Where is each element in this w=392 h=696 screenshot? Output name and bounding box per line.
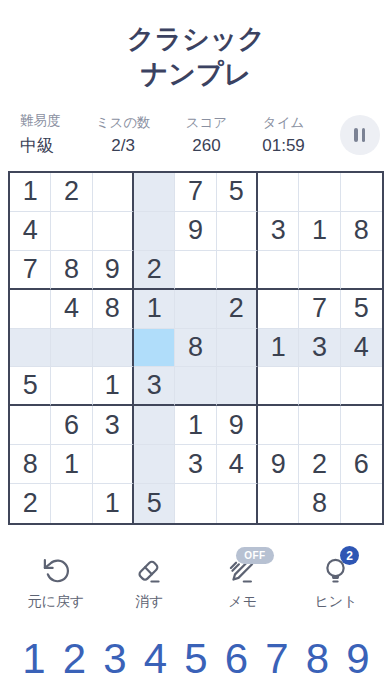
toolbar: 元に戻す 消す OFF メモ 2 xyxy=(0,525,392,611)
stats-bar: 難易度 中級 ミスの数 2/3 スコア 260 タイム 01:59 xyxy=(0,92,392,157)
sudoku-cell-r6c4[interactable]: 3 xyxy=(134,367,175,406)
time-value: 01:59 xyxy=(262,136,305,156)
sudoku-cell-r2c4[interactable] xyxy=(134,212,175,251)
erase-button[interactable]: 消す xyxy=(109,555,189,611)
sudoku-cell-r4c9[interactable]: 5 xyxy=(341,290,382,329)
sudoku-cell-r5c5[interactable]: 8 xyxy=(175,329,216,368)
hint-count-badge: 2 xyxy=(340,546,359,565)
undo-icon xyxy=(41,555,72,586)
sudoku-cell-r1c7[interactable] xyxy=(258,173,299,212)
number-pad: 123456789 xyxy=(0,611,392,683)
sudoku-cell-r3c3[interactable]: 9 xyxy=(93,251,134,290)
sudoku-cell-r4c6[interactable]: 2 xyxy=(217,290,258,329)
sudoku-cell-r8c9[interactable]: 6 xyxy=(341,445,382,484)
memo-button[interactable]: OFF メモ xyxy=(203,555,283,611)
sudoku-cell-r8c2[interactable]: 1 xyxy=(51,445,92,484)
sudoku-cell-r6c9[interactable] xyxy=(341,367,382,406)
memo-off-badge: OFF xyxy=(236,547,274,564)
hint-button[interactable]: 2 ヒント xyxy=(296,555,376,611)
sudoku-app: クラシック ナンプレ 難易度 中級 ミスの数 2/3 スコア 260 タイム 0… xyxy=(0,0,392,696)
sudoku-cell-r3c6[interactable] xyxy=(217,251,258,290)
sudoku-cell-r1c1[interactable]: 1 xyxy=(10,173,51,212)
sudoku-cell-r6c5[interactable] xyxy=(175,367,216,406)
sudoku-cell-r2c2[interactable] xyxy=(51,212,92,251)
sudoku-cell-r1c2[interactable]: 2 xyxy=(51,173,92,212)
sudoku-cell-r3c1[interactable]: 7 xyxy=(10,251,51,290)
numpad-key-5[interactable]: 5 xyxy=(177,635,215,683)
difficulty-value: 中級 xyxy=(20,134,54,157)
sudoku-cell-r5c6[interactable] xyxy=(217,329,258,368)
difficulty-label: 難易度 xyxy=(20,112,61,130)
sudoku-cell-r2c7[interactable]: 3 xyxy=(258,212,299,251)
sudoku-cell-r5c2[interactable] xyxy=(51,329,92,368)
sudoku-cell-r6c1[interactable]: 5 xyxy=(10,367,51,406)
undo-button[interactable]: 元に戻す xyxy=(16,555,96,611)
sudoku-cell-r7c9[interactable] xyxy=(341,406,382,445)
sudoku-cell-r7c8[interactable] xyxy=(299,406,340,445)
title-line-2: ナンプレ xyxy=(0,57,392,92)
sudoku-cell-r7c4[interactable] xyxy=(134,406,175,445)
pause-icon xyxy=(354,128,365,142)
sudoku-cell-r8c1[interactable]: 8 xyxy=(10,445,51,484)
sudoku-cell-r8c7[interactable]: 9 xyxy=(258,445,299,484)
sudoku-cell-r7c7[interactable] xyxy=(258,406,299,445)
sudoku-cell-r3c8[interactable] xyxy=(299,251,340,290)
sudoku-cell-r9c8[interactable]: 8 xyxy=(299,484,340,523)
sudoku-cell-r1c4[interactable] xyxy=(134,173,175,212)
page-title: クラシック ナンプレ xyxy=(0,0,392,92)
stat-mistakes: ミスの数 2/3 xyxy=(96,114,151,156)
sudoku-cell-r6c2[interactable] xyxy=(51,367,92,406)
numpad-key-6[interactable]: 6 xyxy=(218,635,256,683)
sudoku-cell-r9c5[interactable] xyxy=(175,484,216,523)
sudoku-cell-r3c5[interactable] xyxy=(175,251,216,290)
erase-label: 消す xyxy=(135,593,163,611)
sudoku-cell-r5c3[interactable] xyxy=(93,329,134,368)
sudoku-cell-r1c5[interactable]: 7 xyxy=(175,173,216,212)
sudoku-cell-r4c5[interactable] xyxy=(175,290,216,329)
sudoku-cell-r7c1[interactable] xyxy=(10,406,51,445)
sudoku-cell-r3c7[interactable] xyxy=(258,251,299,290)
sudoku-cell-r6c7[interactable] xyxy=(258,367,299,406)
sudoku-cell-r2c1[interactable]: 4 xyxy=(10,212,51,251)
sudoku-cell-r1c9[interactable] xyxy=(341,173,382,212)
stat-time: タイム 01:59 xyxy=(262,114,305,156)
sudoku-cell-r4c1[interactable] xyxy=(10,290,51,329)
sudoku-cell-r7c5[interactable]: 1 xyxy=(175,406,216,445)
sudoku-cell-r5c1[interactable] xyxy=(10,329,51,368)
sudoku-cell-r9c3[interactable]: 1 xyxy=(93,484,134,523)
sudoku-cell-r8c4[interactable] xyxy=(134,445,175,484)
stat-score: スコア 260 xyxy=(186,114,227,156)
sudoku-cell-r2c6[interactable] xyxy=(217,212,258,251)
sudoku-cell-r6c3[interactable]: 1 xyxy=(93,367,134,406)
sudoku-cell-r3c9[interactable] xyxy=(341,251,382,290)
sudoku-cell-r5c4[interactable] xyxy=(134,329,175,368)
sudoku-cell-r7c3[interactable]: 3 xyxy=(93,406,134,445)
sudoku-cell-r9c6[interactable] xyxy=(217,484,258,523)
sudoku-cell-r8c6[interactable]: 4 xyxy=(217,445,258,484)
sudoku-cell-r1c6[interactable]: 5 xyxy=(217,173,258,212)
stat-difficulty: 難易度 中級 xyxy=(20,112,61,157)
title-line-1: クラシック xyxy=(0,22,392,57)
numpad-key-7[interactable]: 7 xyxy=(258,635,296,683)
sudoku-cell-r4c7[interactable] xyxy=(258,290,299,329)
sudoku-cell-r9c9[interactable] xyxy=(341,484,382,523)
eraser-icon xyxy=(134,555,165,586)
sudoku-cell-r5c9[interactable]: 4 xyxy=(341,329,382,368)
sudoku-grid: 1275493187892481275813451363198134926215… xyxy=(8,171,384,525)
sudoku-cell-r6c8[interactable] xyxy=(299,367,340,406)
sudoku-cell-r7c6[interactable]: 9 xyxy=(217,406,258,445)
numpad-key-2[interactable]: 2 xyxy=(56,635,94,683)
sudoku-cell-r5c8[interactable]: 3 xyxy=(299,329,340,368)
sudoku-cell-r7c2[interactable]: 6 xyxy=(51,406,92,445)
numpad-key-3[interactable]: 3 xyxy=(96,635,134,683)
sudoku-cell-r9c4[interactable]: 5 xyxy=(134,484,175,523)
memo-label: メモ xyxy=(228,593,257,611)
sudoku-cell-r4c8[interactable]: 7 xyxy=(299,290,340,329)
sudoku-cell-r9c7[interactable] xyxy=(258,484,299,523)
sudoku-cell-r3c2[interactable]: 8 xyxy=(51,251,92,290)
sudoku-cell-r1c3[interactable] xyxy=(93,173,134,212)
pause-button[interactable] xyxy=(340,115,380,155)
sudoku-cell-r6c6[interactable] xyxy=(217,367,258,406)
sudoku-cell-r4c4[interactable]: 1 xyxy=(134,290,175,329)
sudoku-cell-r5c7[interactable]: 1 xyxy=(258,329,299,368)
sudoku-cell-r8c5[interactable]: 3 xyxy=(175,445,216,484)
numpad-key-1[interactable]: 1 xyxy=(15,635,53,683)
undo-label: 元に戻す xyxy=(28,593,85,611)
sudoku-cell-r4c2[interactable]: 4 xyxy=(51,290,92,329)
score-label: スコア xyxy=(186,114,227,132)
sudoku-cell-r4c3[interactable]: 8 xyxy=(93,290,134,329)
numpad-key-9[interactable]: 9 xyxy=(339,635,377,683)
hint-label: ヒント xyxy=(314,593,357,611)
sudoku-cell-r3c4[interactable]: 2 xyxy=(134,251,175,290)
sudoku-cell-r9c2[interactable] xyxy=(51,484,92,523)
sudoku-cell-r2c9[interactable]: 8 xyxy=(341,212,382,251)
numpad-key-8[interactable]: 8 xyxy=(299,635,337,683)
score-value: 260 xyxy=(192,136,220,156)
sudoku-cell-r9c1[interactable]: 2 xyxy=(10,484,51,523)
mistakes-label: ミスの数 xyxy=(96,114,151,132)
sudoku-cell-r2c3[interactable] xyxy=(93,212,134,251)
sudoku-cell-r2c5[interactable]: 9 xyxy=(175,212,216,251)
sudoku-cell-r8c8[interactable]: 2 xyxy=(299,445,340,484)
sudoku-cell-r2c8[interactable]: 1 xyxy=(299,212,340,251)
numpad-key-4[interactable]: 4 xyxy=(137,635,175,683)
sudoku-cell-r8c3[interactable] xyxy=(93,445,134,484)
sudoku-cell-r1c8[interactable] xyxy=(299,173,340,212)
mistakes-value: 2/3 xyxy=(111,136,135,156)
time-label: タイム xyxy=(263,114,304,132)
